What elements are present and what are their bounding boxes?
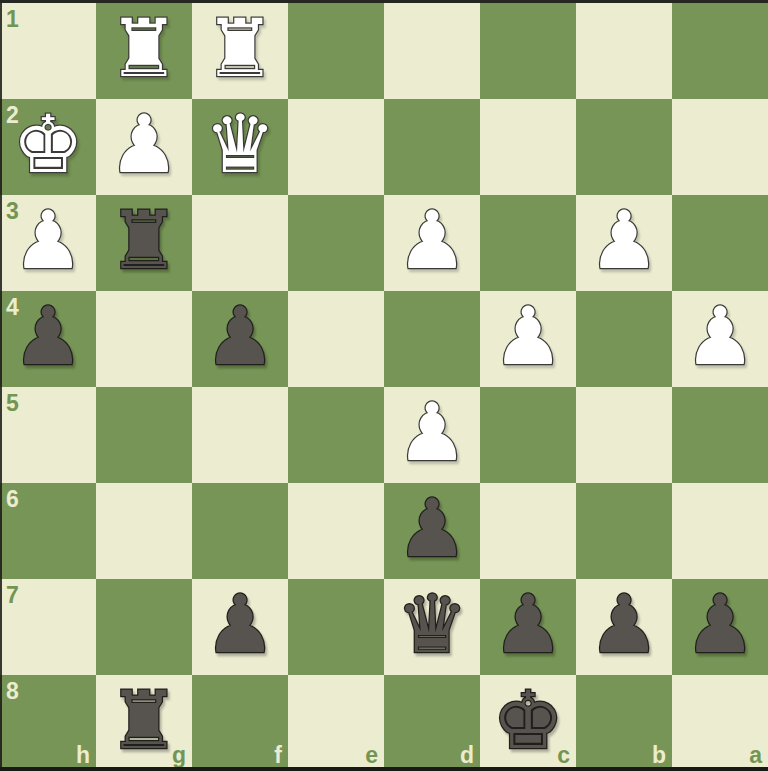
piece-white-rook-f1[interactable]: ♜ [204, 1, 276, 97]
square-f2[interactable]: ♛ [192, 99, 288, 195]
square-c8[interactable]: c♚ [480, 675, 576, 771]
square-c1[interactable] [480, 3, 576, 99]
file-label-h: h [76, 744, 90, 767]
rank-label-7: 7 [6, 584, 19, 607]
piece-white-king-h2[interactable]: ♚ [12, 97, 84, 193]
square-b3[interactable]: ♟ [576, 195, 672, 291]
piece-white-pawn-c4[interactable]: ♟ [492, 289, 564, 385]
chess-board-frame: 1♜♜2♚♟♛3♟♜♟♟4♟♟♟♟5♟6♟7♟♛♟♟♟8hg♜fedc♚ba [0, 0, 768, 771]
square-f7[interactable]: ♟ [192, 579, 288, 675]
square-c3[interactable] [480, 195, 576, 291]
square-f8[interactable]: f [192, 675, 288, 771]
square-e3[interactable] [288, 195, 384, 291]
square-a8[interactable]: a [672, 675, 768, 771]
square-f4[interactable]: ♟ [192, 291, 288, 387]
square-a7[interactable]: ♟ [672, 579, 768, 675]
piece-black-rook-g3[interactable]: ♜ [108, 193, 180, 289]
chess-board[interactable]: 1♜♜2♚♟♛3♟♜♟♟4♟♟♟♟5♟6♟7♟♛♟♟♟8hg♜fedc♚ba [0, 3, 768, 771]
square-b8[interactable]: b [576, 675, 672, 771]
file-label-a: a [749, 744, 762, 767]
piece-white-pawn-h3[interactable]: ♟ [12, 193, 84, 289]
square-e4[interactable] [288, 291, 384, 387]
piece-white-pawn-a4[interactable]: ♟ [684, 289, 756, 385]
square-a5[interactable] [672, 387, 768, 483]
rank-label-5: 5 [6, 392, 19, 415]
file-label-d: d [460, 744, 474, 767]
square-h8[interactable]: 8h [0, 675, 96, 771]
piece-black-pawn-f4[interactable]: ♟ [204, 289, 276, 385]
board-frame-bottom-edge [0, 767, 768, 771]
square-e2[interactable] [288, 99, 384, 195]
piece-white-pawn-d5[interactable]: ♟ [396, 385, 468, 481]
square-d4[interactable] [384, 291, 480, 387]
square-b7[interactable]: ♟ [576, 579, 672, 675]
square-c7[interactable]: ♟ [480, 579, 576, 675]
square-e6[interactable] [288, 483, 384, 579]
square-c2[interactable] [480, 99, 576, 195]
piece-black-queen-d7[interactable]: ♛ [396, 577, 468, 673]
board-frame-left-edge [0, 3, 2, 771]
square-c5[interactable] [480, 387, 576, 483]
piece-black-pawn-b7[interactable]: ♟ [588, 577, 660, 673]
square-h7[interactable]: 7 [0, 579, 96, 675]
piece-black-rook-g8[interactable]: ♜ [108, 673, 180, 769]
square-c6[interactable] [480, 483, 576, 579]
square-a2[interactable] [672, 99, 768, 195]
square-a3[interactable] [672, 195, 768, 291]
square-b1[interactable] [576, 3, 672, 99]
file-label-e: e [365, 744, 378, 767]
piece-black-king-c8[interactable]: ♚ [492, 673, 564, 769]
square-b2[interactable] [576, 99, 672, 195]
square-b6[interactable] [576, 483, 672, 579]
piece-black-pawn-d6[interactable]: ♟ [396, 481, 468, 577]
square-e7[interactable] [288, 579, 384, 675]
square-d7[interactable]: ♛ [384, 579, 480, 675]
square-b5[interactable] [576, 387, 672, 483]
square-d2[interactable] [384, 99, 480, 195]
square-g3[interactable]: ♜ [96, 195, 192, 291]
file-label-f: f [274, 744, 282, 767]
square-g6[interactable] [96, 483, 192, 579]
square-e1[interactable] [288, 3, 384, 99]
square-h6[interactable]: 6 [0, 483, 96, 579]
square-g4[interactable] [96, 291, 192, 387]
square-d5[interactable]: ♟ [384, 387, 480, 483]
rank-label-8: 8 [6, 680, 19, 703]
square-f1[interactable]: ♜ [192, 3, 288, 99]
piece-white-queen-f2[interactable]: ♛ [204, 97, 276, 193]
square-e8[interactable]: e [288, 675, 384, 771]
square-e5[interactable] [288, 387, 384, 483]
square-h4[interactable]: 4♟ [0, 291, 96, 387]
square-d8[interactable]: d [384, 675, 480, 771]
square-d1[interactable] [384, 3, 480, 99]
rank-label-1: 1 [6, 8, 19, 31]
rank-label-6: 6 [6, 488, 19, 511]
square-h1[interactable]: 1 [0, 3, 96, 99]
file-label-b: b [652, 744, 666, 767]
square-h5[interactable]: 5 [0, 387, 96, 483]
square-f6[interactable] [192, 483, 288, 579]
square-h2[interactable]: 2♚ [0, 99, 96, 195]
piece-black-pawn-f7[interactable]: ♟ [204, 577, 276, 673]
piece-white-pawn-b3[interactable]: ♟ [588, 193, 660, 289]
piece-black-pawn-c7[interactable]: ♟ [492, 577, 564, 673]
piece-black-pawn-a7[interactable]: ♟ [684, 577, 756, 673]
square-g8[interactable]: g♜ [96, 675, 192, 771]
square-g7[interactable] [96, 579, 192, 675]
piece-white-pawn-d3[interactable]: ♟ [396, 193, 468, 289]
square-g1[interactable]: ♜ [96, 3, 192, 99]
square-f5[interactable] [192, 387, 288, 483]
square-g2[interactable]: ♟ [96, 99, 192, 195]
piece-white-pawn-g2[interactable]: ♟ [108, 97, 180, 193]
square-d6[interactable]: ♟ [384, 483, 480, 579]
square-a4[interactable]: ♟ [672, 291, 768, 387]
square-f3[interactable] [192, 195, 288, 291]
piece-white-rook-g1[interactable]: ♜ [108, 1, 180, 97]
square-c4[interactable]: ♟ [480, 291, 576, 387]
square-g5[interactable] [96, 387, 192, 483]
square-h3[interactable]: 3♟ [0, 195, 96, 291]
square-a1[interactable] [672, 3, 768, 99]
square-b4[interactable] [576, 291, 672, 387]
square-d3[interactable]: ♟ [384, 195, 480, 291]
piece-black-pawn-h4[interactable]: ♟ [12, 289, 84, 385]
square-a6[interactable] [672, 483, 768, 579]
